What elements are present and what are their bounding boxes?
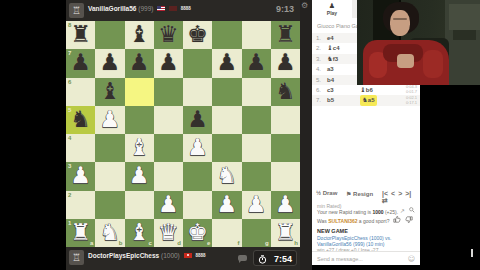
square-b5[interactable]: ♟ <box>95 106 124 134</box>
top-player-badge: 8888 <box>181 6 191 11</box>
white-move[interactable]: a3 <box>327 64 334 74</box>
move-number: 5. <box>316 75 321 85</box>
streamer-hands <box>397 54 414 68</box>
streamer-arm-right <box>423 50 443 78</box>
bottom-player-avatar[interactable]: ♖ <box>69 250 84 265</box>
white-bishop: ♝ <box>125 134 154 162</box>
square-f1[interactable]: f <box>212 219 241 247</box>
streamer-brow <box>393 18 407 20</box>
square-f5[interactable] <box>212 106 241 134</box>
square-h8[interactable]: ♜ <box>271 21 300 49</box>
black-knight: ♞ <box>66 106 95 134</box>
black-king: ♚ <box>183 21 212 49</box>
white-move[interactable]: c3 <box>327 85 334 95</box>
tab-label: Play <box>327 10 337 16</box>
square-g1[interactable]: g <box>242 219 271 247</box>
move-number: 7. <box>316 95 321 105</box>
square-e2[interactable] <box>183 191 212 219</box>
side-strip: ⚙ <box>300 0 312 270</box>
square-f8[interactable] <box>212 21 241 49</box>
bottom-clock-time: 7:54 <box>274 254 292 264</box>
square-g7[interactable]: ♟ <box>242 49 271 77</box>
square-e3[interactable] <box>183 162 212 190</box>
red-flag-icon <box>184 253 192 258</box>
top-player-avatar[interactable]: ♖ <box>69 3 84 18</box>
square-b6[interactable]: ♝ <box>95 78 124 106</box>
square-a1[interactable]: 1a♜ <box>66 219 95 247</box>
move-number: 4. <box>316 64 321 74</box>
message-input[interactable]: Send a message... <box>317 256 363 262</box>
top-player-clock: 9:13 <box>276 4 294 14</box>
square-d4[interactable] <box>154 134 183 162</box>
square-a4[interactable]: 4 <box>66 134 95 162</box>
rank-label: 6 <box>68 79 71 85</box>
square-c3[interactable]: ♟ <box>125 162 154 190</box>
square-a7[interactable]: 7♟ <box>66 49 95 77</box>
square-c4[interactable]: ♝ <box>125 134 154 162</box>
square-c2[interactable] <box>125 191 154 219</box>
square-b4[interactable] <box>95 134 124 162</box>
move-row-6: 6.c3♝b60:04.30:01.7 <box>312 85 420 95</box>
square-d6[interactable] <box>154 78 183 106</box>
bottom-player-name[interactable]: DoctorPlaysEpicChess (1000) 8888 <box>88 252 205 259</box>
square-f6[interactable] <box>212 78 241 106</box>
chat-bubble-icon[interactable] <box>238 255 247 261</box>
square-a8[interactable]: 8♜ <box>66 21 95 49</box>
white-pawn: ♟ <box>125 162 154 190</box>
rating-message: Your new Rapid rating is 1000 (+25). <box>317 209 398 215</box>
square-h2[interactable]: ♟ <box>271 191 300 219</box>
square-d7[interactable]: ♟ <box>154 49 183 77</box>
square-g5[interactable] <box>242 106 271 134</box>
white-move[interactable]: ♞f3 <box>327 54 338 64</box>
move-number: 2. <box>316 43 321 53</box>
move-number: 3. <box>316 54 321 64</box>
black-knight: ♞ <box>271 78 300 106</box>
white-pawn: ♟ <box>212 191 241 219</box>
top-player-rating: (999) <box>138 5 153 12</box>
white-pawn: ♟ <box>271 191 300 219</box>
black-rook: ♜ <box>271 21 300 49</box>
square-f3[interactable]: ♞ <box>212 162 241 190</box>
black-pawn: ♟ <box>271 49 300 77</box>
square-c8[interactable]: ♝ <box>125 21 154 49</box>
timer-icon <box>258 255 267 264</box>
forward-button[interactable]: > <box>398 190 402 197</box>
move-times: 0:04.30:01.7 <box>381 85 417 95</box>
square-c6[interactable] <box>125 78 154 106</box>
white-move[interactable]: e4 <box>327 33 334 43</box>
square-b3[interactable] <box>95 162 124 190</box>
white-pawn: ♟ <box>183 134 212 162</box>
play-tab-icon: ♟ <box>312 2 352 10</box>
streamer-face <box>390 10 410 36</box>
square-d8[interactable]: ♛ <box>154 21 183 49</box>
half-point-icon: ½ <box>316 190 321 196</box>
square-e5[interactable]: ♟ <box>183 106 212 134</box>
resign-button[interactable]: ⚑ Resign <box>346 190 373 197</box>
new-game-label: NEW GAME <box>317 228 348 234</box>
file-label: f <box>238 240 240 246</box>
message-input-row: Send a message... ☺ <box>312 251 420 266</box>
top-player-username[interactable]: VanillaGorilla56 <box>88 5 136 12</box>
black-rook: ♜ <box>66 21 95 49</box>
thumbs-up-icon[interactable] <box>393 215 401 224</box>
bottom-player-badge: 8888 <box>195 253 205 258</box>
scrollbar-artifact <box>471 249 473 257</box>
square-e4[interactable]: ♟ <box>183 134 212 162</box>
square-f2[interactable]: ♟ <box>212 191 241 219</box>
square-a6[interactable]: 6 <box>66 78 95 106</box>
square-h6[interactable]: ♞ <box>271 78 300 106</box>
file-label: g <box>265 240 269 246</box>
white-queen: ♛ <box>154 219 183 247</box>
square-h1[interactable]: h♜ <box>271 219 300 247</box>
white-pawn: ♟ <box>154 191 183 219</box>
white-bishop: ♝ <box>125 219 154 247</box>
black-bishop: ♝ <box>95 78 124 106</box>
square-a2[interactable]: 2 <box>66 191 95 219</box>
rank-label: 2 <box>68 192 71 198</box>
square-b7[interactable]: ♟ <box>95 49 124 77</box>
black-pawn: ♟ <box>183 106 212 134</box>
tab-play[interactable]: ♟Play <box>312 0 352 18</box>
black-pawn: ♟ <box>242 49 271 77</box>
black-queen: ♛ <box>154 21 183 49</box>
bottom-player-rating: (1000) <box>161 252 180 259</box>
square-g8[interactable] <box>242 21 271 49</box>
square-g4[interactable] <box>242 134 271 162</box>
black-move[interactable]: ♞a5 <box>360 95 377 105</box>
us-flag-icon <box>157 6 165 11</box>
square-e7[interactable] <box>183 49 212 77</box>
go-start-button[interactable]: |< <box>382 190 388 197</box>
square-h7[interactable]: ♟ <box>271 49 300 77</box>
search-icon[interactable] <box>409 207 415 214</box>
black-move[interactable]: ♝b6 <box>360 85 373 95</box>
rank-label: 4 <box>68 135 71 141</box>
thumbs-down-icon[interactable] <box>405 216 413 225</box>
square-g2[interactable]: ♟ <box>242 191 271 219</box>
settings-gear-icon[interactable]: ⚙ <box>301 1 308 10</box>
black-pawn: ♟ <box>125 49 154 77</box>
square-e8[interactable]: ♚ <box>183 21 212 49</box>
top-player-name[interactable]: VanillaGorilla56 (999) 8888 <box>88 5 191 12</box>
square-c5[interactable] <box>125 106 154 134</box>
square-c1[interactable]: c♝ <box>125 219 154 247</box>
move-number: 1. <box>316 33 321 43</box>
move-number: 6. <box>316 85 321 95</box>
square-d1[interactable]: d♛ <box>154 219 183 247</box>
resign-flag-icon: ⚑ <box>346 191 351 197</box>
square-d2[interactable]: ♟ <box>154 191 183 219</box>
square-h3[interactable] <box>271 162 300 190</box>
white-rook: ♜ <box>271 219 300 247</box>
white-pawn: ♟ <box>95 106 124 134</box>
square-g3[interactable] <box>242 162 271 190</box>
white-king: ♚ <box>183 219 212 247</box>
square-f7[interactable]: ♟ <box>212 49 241 77</box>
white-pawn: ♟ <box>242 191 271 219</box>
chess-board[interactable]: 8♜♝♛♚♜7♟♟♟♟♟♟♟6♝♞5♞♟♟4♝♟3♟♟♞2♟♟♟♟1a♜b♞c♝… <box>66 21 300 247</box>
back-button[interactable]: < <box>391 190 395 197</box>
white-move[interactable]: b5 <box>327 95 334 105</box>
square-e1[interactable]: e♚ <box>183 219 212 247</box>
go-end-button[interactable]: >| <box>405 190 411 197</box>
bottom-player-username[interactable]: DoctorPlaysEpicChess <box>88 252 159 259</box>
playback-controls: |<<>>|⇄ <box>382 190 420 205</box>
square-h5[interactable] <box>271 106 300 134</box>
square-h4[interactable] <box>271 134 300 162</box>
square-a3[interactable]: 3♟ <box>66 162 95 190</box>
webcam-overlay <box>357 0 480 85</box>
square-c7[interactable]: ♟ <box>125 49 154 77</box>
video-frame: ♖ VanillaGorilla56 (999) 8888 9:13 8♜♝♛♚… <box>0 0 480 270</box>
square-a5[interactable]: 5♞ <box>66 106 95 134</box>
black-pawn: ♟ <box>154 49 183 77</box>
share-icon[interactable]: ↗ <box>400 207 405 214</box>
black-bishop: ♝ <box>125 21 154 49</box>
top-player-bar: ♖ VanillaGorilla56 (999) 8888 9:13 <box>66 0 300 21</box>
white-move[interactable]: b4 <box>327 75 334 85</box>
square-b1[interactable]: b♞ <box>95 219 124 247</box>
white-move[interactable]: ♝c4 <box>327 43 340 53</box>
black-pawn: ♟ <box>95 49 124 77</box>
game-controls: ½ Draw ⚑ Resign |<<>>|⇄ <box>312 186 420 200</box>
white-knight: ♞ <box>95 219 124 247</box>
bottom-player-clock: 7:54 <box>253 250 297 266</box>
black-pawn: ♟ <box>212 49 241 77</box>
square-d5[interactable] <box>154 106 183 134</box>
opponent-link[interactable]: SULTANI362 <box>328 218 357 224</box>
square-d3[interactable] <box>154 162 183 190</box>
black-pawn: ♟ <box>66 49 95 77</box>
square-b2[interactable] <box>95 191 124 219</box>
move-row-7: 7.b5♞a50:02.10:17.1 <box>312 95 420 105</box>
square-f4[interactable] <box>212 134 241 162</box>
bottom-player-bar: ♖ DoctorPlaysEpicChess (1000) 8888 7:54 <box>66 247 300 270</box>
move-times: 0:02.10:17.1 <box>381 96 417 106</box>
flip-board-button[interactable]: ⇄ <box>382 197 388 204</box>
white-pawn: ♟ <box>66 162 95 190</box>
draw-button[interactable]: ½ Draw <box>316 190 337 196</box>
good-sport-prompt: Was SULTANI362 a good sport? <box>317 218 389 224</box>
white-knight: ♞ <box>212 162 241 190</box>
new-rating-value: 1000 <box>372 209 383 215</box>
emoji-icon[interactable]: ☺ <box>408 255 415 263</box>
square-b8[interactable] <box>95 21 124 49</box>
room-shelf <box>449 4 480 30</box>
square-e6[interactable] <box>183 78 212 106</box>
white-rook: ♜ <box>66 219 95 247</box>
secondary-flag-icon <box>169 6 177 11</box>
square-g6[interactable] <box>242 78 271 106</box>
